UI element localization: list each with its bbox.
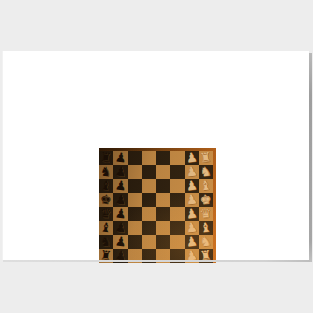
square <box>142 235 156 249</box>
square <box>156 179 170 193</box>
square <box>142 151 156 165</box>
square <box>128 235 142 249</box>
square <box>170 235 184 249</box>
square <box>128 193 142 207</box>
card-shadow-bottom <box>3 260 310 262</box>
chess-board: ♜♟♟♜♞♟♟♞♝♟♟♝♚♟♟♚♛♟♟♛♝♟♟♝♞♟♟♞♜♟♟♜ <box>99 151 213 263</box>
square <box>170 193 184 207</box>
square <box>142 221 156 235</box>
square <box>156 165 170 179</box>
square <box>142 193 156 207</box>
square <box>142 179 156 193</box>
square <box>128 207 142 221</box>
square <box>156 207 170 221</box>
product-card[interactable]: ♜♟♟♜♞♟♟♞♝♟♟♝♚♟♟♚♛♟♟♛♝♟♟♝♞♟♟♞♜♟♟♜ <box>2 51 309 260</box>
square <box>156 235 170 249</box>
square <box>170 179 184 193</box>
square <box>156 221 170 235</box>
square <box>128 179 142 193</box>
chess-photo: ♜♟♟♜♞♟♟♞♝♟♟♝♚♟♟♚♛♟♟♛♝♟♟♝♞♟♟♞♜♟♟♜ <box>99 148 216 263</box>
square <box>142 165 156 179</box>
square <box>156 193 170 207</box>
square <box>156 151 170 165</box>
square <box>128 151 142 165</box>
square <box>128 221 142 235</box>
square <box>170 207 184 221</box>
card-shadow-right <box>309 53 312 262</box>
square <box>128 165 142 179</box>
square <box>170 165 184 179</box>
square <box>170 221 184 235</box>
square <box>142 207 156 221</box>
square <box>170 151 184 165</box>
